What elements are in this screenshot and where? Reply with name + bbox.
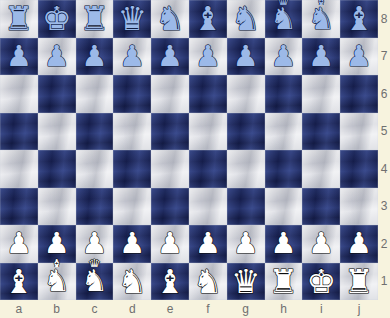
square-a2[interactable]: ♟ — [0, 225, 38, 263]
square-e2[interactable]: ♟ — [151, 225, 189, 263]
piece-black-pawn-i7[interactable]: ♟ — [308, 38, 334, 75]
piece-black-pawn-g7[interactable]: ♟ — [233, 38, 259, 75]
file-label-c: c — [76, 300, 114, 318]
square-e1[interactable]: ♝ — [151, 263, 189, 301]
piece-white-pawn-d2[interactable]: ♟ — [119, 225, 145, 262]
file-label-d: d — [113, 300, 151, 318]
piece-white-pawn-i2[interactable]: ♟ — [308, 225, 334, 262]
piece-white-archbishop-b1[interactable]: ♞♝ — [43, 261, 70, 301]
file-label-h: h — [265, 300, 303, 318]
piece-white-rook-h1[interactable]: ♜ — [269, 263, 299, 300]
square-b2[interactable]: ♟ — [38, 225, 76, 263]
file-label-e: e — [151, 300, 189, 318]
file-label-g: g — [227, 300, 265, 318]
rank-label-5: 5 — [378, 113, 390, 151]
file-label-a: a — [0, 300, 38, 318]
chancellor-crown-icon: ♛ — [277, 0, 290, 5]
archbishop-mitre-icon: ♝ — [315, 0, 328, 5]
square-j2[interactable]: ♟ — [340, 225, 378, 263]
square-b3[interactable] — [38, 188, 76, 226]
square-d8[interactable]: ♛ — [113, 0, 151, 38]
square-j6[interactable] — [340, 75, 378, 113]
square-a3[interactable] — [0, 188, 38, 226]
square-a4[interactable] — [0, 150, 38, 188]
square-g3[interactable] — [227, 188, 265, 226]
file-labels-row: abcdefghij — [0, 300, 390, 318]
square-i4[interactable] — [302, 150, 340, 188]
square-h1[interactable]: ♜ — [265, 263, 303, 301]
piece-black-knight-e8[interactable]: ♞ — [155, 0, 185, 37]
square-d4[interactable] — [113, 150, 151, 188]
square-g6[interactable] — [227, 75, 265, 113]
square-i7[interactable]: ♟ — [302, 38, 340, 76]
piece-white-king-i1[interactable]: ♚ — [306, 263, 336, 300]
piece-black-pawn-b7[interactable]: ♟ — [44, 38, 70, 75]
square-e6[interactable] — [151, 75, 189, 113]
square-f6[interactable] — [189, 75, 227, 113]
square-a6[interactable] — [0, 75, 38, 113]
square-e5[interactable] — [151, 113, 189, 151]
file-label-j: j — [340, 300, 378, 318]
square-a1[interactable]: ♝ — [0, 263, 38, 301]
piece-white-pawn-f2[interactable]: ♟ — [195, 225, 221, 262]
file-label-b: b — [38, 300, 76, 318]
square-g2[interactable]: ♟ — [227, 225, 265, 263]
piece-white-knight-d1[interactable]: ♞ — [117, 263, 147, 300]
square-c4[interactable] — [76, 150, 114, 188]
square-a8[interactable]: ♜ — [0, 0, 38, 38]
square-d6[interactable] — [113, 75, 151, 113]
piece-white-pawn-e2[interactable]: ♟ — [157, 225, 183, 262]
square-c6[interactable] — [76, 75, 114, 113]
square-b1[interactable]: ♞♝ — [38, 263, 76, 301]
square-i5[interactable] — [302, 113, 340, 151]
square-b4[interactable] — [38, 150, 76, 188]
piece-black-king-b8[interactable]: ♚ — [42, 0, 72, 37]
rank-labels-column: 87654321 — [378, 0, 390, 300]
piece-white-pawn-g2[interactable]: ♟ — [233, 225, 259, 262]
rank-label-8: 8 — [378, 0, 390, 38]
piece-white-pawn-a2[interactable]: ♟ — [6, 225, 32, 262]
square-g7[interactable]: ♟ — [227, 38, 265, 76]
square-h7[interactable]: ♟ — [265, 38, 303, 76]
square-j3[interactable] — [340, 188, 378, 226]
piece-black-pawn-h7[interactable]: ♟ — [270, 38, 296, 75]
square-g4[interactable] — [227, 150, 265, 188]
piece-white-queen-g1[interactable]: ♛ — [231, 263, 261, 300]
piece-black-rook-a8[interactable]: ♜ — [4, 0, 34, 37]
square-d2[interactable]: ♟ — [113, 225, 151, 263]
square-h8[interactable]: ♞♛ — [265, 0, 303, 38]
square-j1[interactable]: ♜ — [340, 263, 378, 301]
square-h4[interactable] — [265, 150, 303, 188]
square-f1[interactable]: ♞ — [189, 263, 227, 301]
chess-variant-board-frame: ♜♚♜♛♞♝♞♞♛♞♝♝♟♟♟♟♟♟♟♟♟♟♟♟♟♟♟♟♟♟♟♟♝♞♝♞♛♞♝♞… — [0, 0, 390, 318]
square-f7[interactable]: ♟ — [189, 38, 227, 76]
square-a5[interactable] — [0, 113, 38, 151]
piece-white-pawn-j2[interactable]: ♟ — [346, 225, 372, 262]
piece-black-pawn-c7[interactable]: ♟ — [81, 38, 107, 75]
piece-black-rook-c8[interactable]: ♜ — [80, 0, 110, 37]
square-i2[interactable]: ♟ — [302, 225, 340, 263]
square-e4[interactable] — [151, 150, 189, 188]
piece-black-pawn-a7[interactable]: ♟ — [6, 38, 32, 75]
square-f8[interactable]: ♝ — [189, 0, 227, 38]
square-b6[interactable] — [38, 75, 76, 113]
label-strip-corner — [378, 300, 390, 318]
square-b5[interactable] — [38, 113, 76, 151]
square-i1[interactable]: ♚ — [302, 263, 340, 301]
square-c2[interactable]: ♟ — [76, 225, 114, 263]
square-d7[interactable]: ♟ — [113, 38, 151, 76]
square-g1[interactable]: ♛ — [227, 263, 265, 301]
square-j8[interactable]: ♝ — [340, 0, 378, 38]
square-f2[interactable]: ♟ — [189, 225, 227, 263]
square-g8[interactable]: ♞ — [227, 0, 265, 38]
square-i3[interactable] — [302, 188, 340, 226]
square-i6[interactable] — [302, 75, 340, 113]
rank-label-7: 7 — [378, 38, 390, 76]
square-e3[interactable] — [151, 188, 189, 226]
square-c8[interactable]: ♜ — [76, 0, 114, 38]
piece-black-pawn-f7[interactable]: ♟ — [195, 38, 221, 75]
piece-white-chancellor-c1[interactable]: ♞♛ — [81, 261, 108, 301]
piece-black-chancellor-h8[interactable]: ♞♛ — [270, 0, 297, 39]
board-grid: ♜♚♜♛♞♝♞♞♛♞♝♝♟♟♟♟♟♟♟♟♟♟♟♟♟♟♟♟♟♟♟♟♝♞♝♞♛♞♝♞… — [0, 0, 378, 300]
square-d1[interactable]: ♞ — [113, 263, 151, 301]
piece-black-bishop-j8[interactable]: ♝ — [344, 0, 374, 37]
piece-black-bishop-f8[interactable]: ♝ — [193, 0, 223, 37]
square-b8[interactable]: ♚ — [38, 0, 76, 38]
file-label-f: f — [189, 300, 227, 318]
rank-label-3: 3 — [378, 188, 390, 226]
square-a7[interactable]: ♟ — [0, 38, 38, 76]
piece-black-archbishop-i8[interactable]: ♞♝ — [308, 0, 335, 39]
square-j4[interactable] — [340, 150, 378, 188]
square-h3[interactable] — [265, 188, 303, 226]
piece-white-pawn-h2[interactable]: ♟ — [270, 225, 296, 262]
piece-black-pawn-e7[interactable]: ♟ — [157, 38, 183, 75]
square-i8[interactable]: ♞♝ — [302, 0, 340, 38]
rank-label-1: 1 — [378, 263, 390, 301]
piece-black-pawn-d7[interactable]: ♟ — [119, 38, 145, 75]
square-c5[interactable] — [76, 113, 114, 151]
square-h2[interactable]: ♟ — [265, 225, 303, 263]
piece-white-pawn-b2[interactable]: ♟ — [44, 225, 70, 262]
square-e8[interactable]: ♞ — [151, 0, 189, 38]
file-label-i: i — [302, 300, 340, 318]
rank-label-4: 4 — [378, 150, 390, 188]
piece-white-knight-f1[interactable]: ♞ — [193, 263, 223, 300]
rank-label-6: 6 — [378, 75, 390, 113]
piece-black-queen-d8[interactable]: ♛ — [117, 0, 147, 37]
square-j5[interactable] — [340, 113, 378, 151]
square-d3[interactable] — [113, 188, 151, 226]
piece-black-pawn-j7[interactable]: ♟ — [346, 38, 372, 75]
square-h6[interactable] — [265, 75, 303, 113]
piece-black-knight-g8[interactable]: ♞ — [231, 0, 261, 37]
rank-label-2: 2 — [378, 225, 390, 263]
piece-white-pawn-c2[interactable]: ♟ — [81, 225, 107, 262]
square-c3[interactable] — [76, 188, 114, 226]
piece-white-rook-j1[interactable]: ♜ — [344, 263, 374, 300]
square-f3[interactable] — [189, 188, 227, 226]
square-h5[interactable] — [265, 113, 303, 151]
piece-white-bishop-a1[interactable]: ♝ — [4, 263, 34, 300]
square-j7[interactable]: ♟ — [340, 38, 378, 76]
square-c7[interactable]: ♟ — [76, 38, 114, 76]
square-g5[interactable] — [227, 113, 265, 151]
square-f4[interactable] — [189, 150, 227, 188]
square-b7[interactable]: ♟ — [38, 38, 76, 76]
piece-white-bishop-e1[interactable]: ♝ — [155, 263, 185, 300]
square-d5[interactable] — [113, 113, 151, 151]
square-f5[interactable] — [189, 113, 227, 151]
square-c1[interactable]: ♞♛ — [76, 263, 114, 301]
square-e7[interactable]: ♟ — [151, 38, 189, 76]
